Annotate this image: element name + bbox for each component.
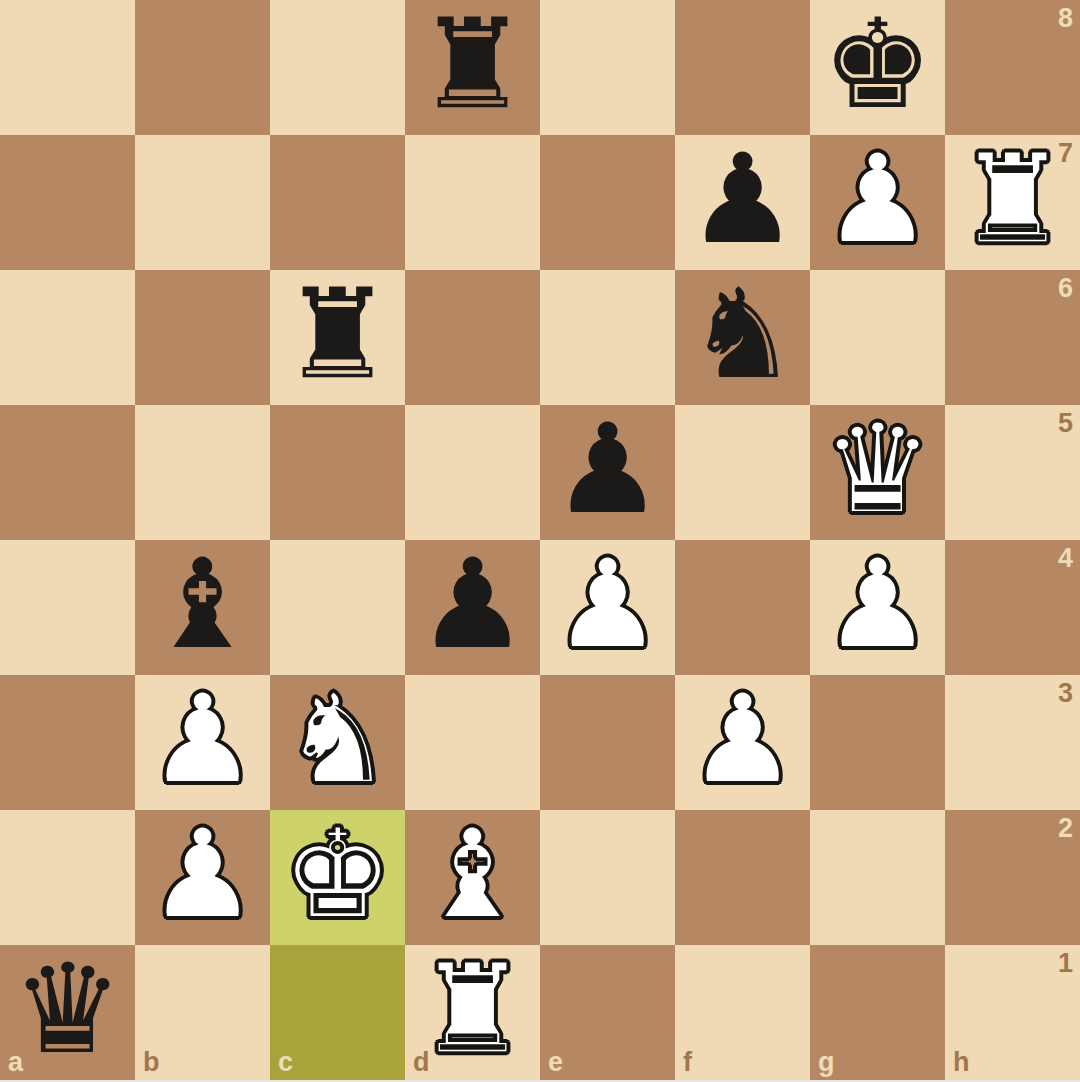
piece-white-pawn[interactable]: ♟ [675,671,810,806]
square-b5[interactable] [135,405,270,540]
piece-white-pawn[interactable]: ♟ [810,536,945,671]
square-g4[interactable]: ♟ [810,540,945,675]
square-c2[interactable]: ♚ [270,810,405,945]
piece-white-pawn[interactable]: ♟ [135,806,270,941]
square-a5[interactable] [0,405,135,540]
file-label-e: e [548,1047,563,1078]
square-e7[interactable] [540,135,675,270]
piece-black-rook[interactable]: ♜ [270,266,405,401]
square-h2[interactable]: 2 [945,810,1080,945]
piece-black-rook[interactable]: ♜ [405,0,540,131]
square-b7[interactable] [135,135,270,270]
square-h8[interactable]: 8 [945,0,1080,135]
square-g6[interactable] [810,270,945,405]
piece-white-bishop[interactable]: ♝ [405,806,540,941]
square-g2[interactable] [810,810,945,945]
square-d5[interactable] [405,405,540,540]
square-f1[interactable]: f [675,945,810,1080]
piece-white-knight[interactable]: ♞ [270,671,405,806]
square-f2[interactable] [675,810,810,945]
square-b8[interactable] [135,0,270,135]
square-f3[interactable]: ♟ [675,675,810,810]
square-b1[interactable]: b [135,945,270,1080]
piece-white-rook[interactable]: ♜ [405,941,540,1076]
square-g8[interactable]: ♚ [810,0,945,135]
rank-label-2: 2 [1058,813,1073,844]
square-b4[interactable]: ♝ [135,540,270,675]
rank-label-4: 4 [1058,543,1073,574]
square-a2[interactable] [0,810,135,945]
rank-label-3: 3 [1058,678,1073,709]
square-g1[interactable]: g [810,945,945,1080]
file-label-b: b [143,1047,160,1078]
square-f7[interactable]: ♟ [675,135,810,270]
rank-label-1: 1 [1058,948,1073,979]
square-d7[interactable] [405,135,540,270]
square-e5[interactable]: ♟ [540,405,675,540]
square-e6[interactable] [540,270,675,405]
square-g5[interactable]: ♛ [810,405,945,540]
square-c6[interactable]: ♜ [270,270,405,405]
square-h4[interactable]: 4 [945,540,1080,675]
square-f6[interactable]: ♞ [675,270,810,405]
square-c1[interactable]: c [270,945,405,1080]
file-label-c: c [278,1047,293,1078]
piece-black-pawn[interactable]: ♟ [405,536,540,671]
square-d4[interactable]: ♟ [405,540,540,675]
square-f8[interactable] [675,0,810,135]
square-e1[interactable]: e [540,945,675,1080]
square-h6[interactable]: 6 [945,270,1080,405]
piece-black-pawn[interactable]: ♟ [540,401,675,536]
square-b2[interactable]: ♟ [135,810,270,945]
square-a8[interactable] [0,0,135,135]
square-h7[interactable]: ♜7 [945,135,1080,270]
square-c4[interactable] [270,540,405,675]
square-f5[interactable] [675,405,810,540]
rank-label-5: 5 [1058,408,1073,439]
square-d6[interactable] [405,270,540,405]
square-b6[interactable] [135,270,270,405]
piece-white-pawn[interactable]: ♟ [810,131,945,266]
square-h3[interactable]: 3 [945,675,1080,810]
square-h5[interactable]: 5 [945,405,1080,540]
square-f4[interactable] [675,540,810,675]
piece-black-king[interactable]: ♚ [810,0,945,131]
square-c8[interactable] [270,0,405,135]
square-g3[interactable] [810,675,945,810]
square-e3[interactable] [540,675,675,810]
rank-label-8: 8 [1058,3,1073,34]
square-a6[interactable] [0,270,135,405]
square-d3[interactable] [405,675,540,810]
square-d1[interactable]: ♜d [405,945,540,1080]
piece-black-queen[interactable]: ♛ [0,941,135,1076]
piece-black-bishop[interactable]: ♝ [135,536,270,671]
square-c3[interactable]: ♞ [270,675,405,810]
piece-white-pawn[interactable]: ♟ [135,671,270,806]
piece-black-pawn[interactable]: ♟ [675,131,810,266]
square-c5[interactable] [270,405,405,540]
file-label-g: g [818,1047,835,1078]
square-d2[interactable]: ♝ [405,810,540,945]
square-b3[interactable]: ♟ [135,675,270,810]
square-d8[interactable]: ♜ [405,0,540,135]
piece-white-pawn[interactable]: ♟ [540,536,675,671]
square-e4[interactable]: ♟ [540,540,675,675]
square-a1[interactable]: ♛a [0,945,135,1080]
piece-white-rook[interactable]: ♜ [945,131,1080,266]
file-label-f: f [683,1047,692,1078]
square-a4[interactable] [0,540,135,675]
rank-label-6: 6 [1058,273,1073,304]
square-g7[interactable]: ♟ [810,135,945,270]
square-a3[interactable] [0,675,135,810]
chess-board: ♜♚8♟♟♜7♜♞6♟♛5♝♟♟♟4♟♞♟3♟♚♝2♛abc♜defg1h [0,0,1080,1080]
square-c7[interactable] [270,135,405,270]
square-e8[interactable] [540,0,675,135]
square-e2[interactable] [540,810,675,945]
piece-white-queen[interactable]: ♛ [810,401,945,536]
square-a7[interactable] [0,135,135,270]
file-label-h: h [953,1047,970,1078]
square-h1[interactable]: 1h [945,945,1080,1080]
piece-black-knight[interactable]: ♞ [675,266,810,401]
piece-white-king[interactable]: ♚ [270,806,405,941]
